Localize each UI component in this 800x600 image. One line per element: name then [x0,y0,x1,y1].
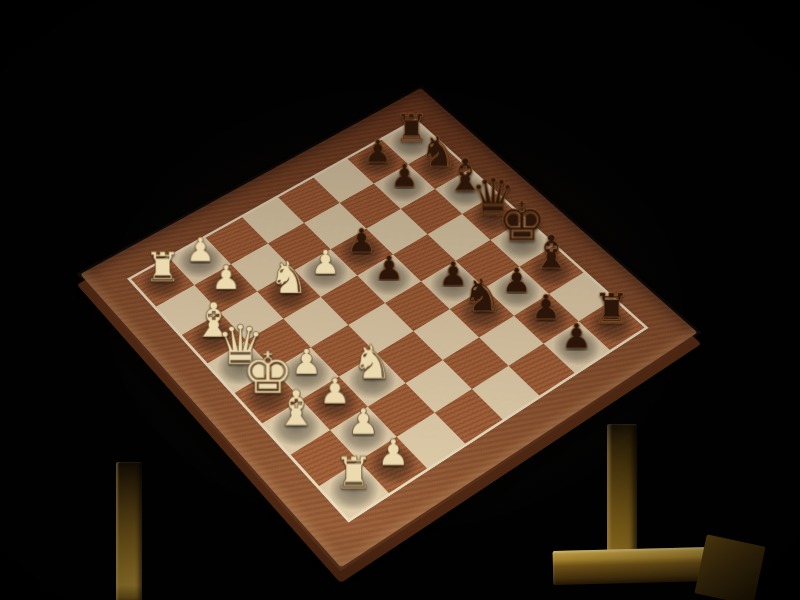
square-g5[interactable] [442,337,508,389]
square-h5[interactable] [472,366,539,419]
chessboard-scene: ♜♝♛♚♝♜♟♟♟♟♟♟♞♞♟♜♞♝♛♚♝♜♟♟♟♟♟♟♞♟♟ [0,0,800,600]
rook-glyph: ♜ [289,452,419,496]
photo-background: ♜♝♛♚♝♜♟♟♟♟♟♟♞♞♟♜♞♝♛♚♝♜♟♟♟♟♟♟♞♟♟ [0,0,800,600]
chess-board: ♜♝♛♚♝♜♟♟♟♟♟♟♞♞♟♜♞♝♛♚♝♜♟♟♟♟♟♟♞♟♟ [80,88,697,568]
